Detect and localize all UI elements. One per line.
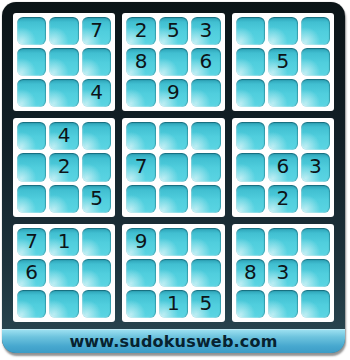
cell-r9c7[interactable] xyxy=(236,290,265,318)
cell-r9c2[interactable] xyxy=(49,290,78,318)
cell-r9c6[interactable]: 5 xyxy=(191,290,220,318)
cell-r1c3[interactable]: 7 xyxy=(82,17,111,45)
given-digit: 8 xyxy=(135,51,148,71)
box-9: 83 xyxy=(232,224,334,322)
given-digit: 6 xyxy=(25,262,38,282)
given-digit: 1 xyxy=(58,231,71,251)
cell-r2c2[interactable] xyxy=(49,48,78,76)
given-digit: 3 xyxy=(309,156,322,176)
given-digit: 4 xyxy=(90,82,103,102)
cell-r8c3[interactable] xyxy=(82,259,111,287)
cell-r6c2[interactable] xyxy=(49,185,78,213)
given-digit: 7 xyxy=(135,156,148,176)
box-7: 716 xyxy=(13,224,115,322)
given-digit: 9 xyxy=(135,231,148,251)
cell-r6c4[interactable] xyxy=(126,185,155,213)
cell-r7c6[interactable] xyxy=(191,228,220,256)
cell-r8c4[interactable] xyxy=(126,259,155,287)
given-digit: 8 xyxy=(244,262,257,282)
given-digit: 9 xyxy=(167,82,180,102)
cell-r5c7[interactable] xyxy=(236,153,265,181)
cell-r3c5[interactable]: 9 xyxy=(159,79,188,107)
cell-r1c1[interactable] xyxy=(17,17,46,45)
cell-r7c9[interactable] xyxy=(301,228,330,256)
cell-r4c8[interactable] xyxy=(268,122,297,150)
cell-r1c2[interactable] xyxy=(49,17,78,45)
sudoku-board: 742538695425763271691583 www.sudokusweb.… xyxy=(2,2,345,353)
given-digit: 5 xyxy=(200,293,213,313)
given-digit: 3 xyxy=(276,262,289,282)
cell-r6c6[interactable] xyxy=(191,185,220,213)
cell-r9c8[interactable] xyxy=(268,290,297,318)
cell-r2c6[interactable]: 6 xyxy=(191,48,220,76)
cell-r3c7[interactable] xyxy=(236,79,265,107)
cell-r4c2[interactable]: 4 xyxy=(49,122,78,150)
box-3: 5 xyxy=(232,13,334,111)
cell-r7c8[interactable] xyxy=(268,228,297,256)
cell-r2c4[interactable]: 8 xyxy=(126,48,155,76)
cell-r8c9[interactable] xyxy=(301,259,330,287)
cell-r4c3[interactable] xyxy=(82,122,111,150)
cell-r6c8[interactable]: 2 xyxy=(268,185,297,213)
given-digit: 2 xyxy=(58,156,71,176)
box-4: 425 xyxy=(13,118,115,216)
cell-r2c3[interactable] xyxy=(82,48,111,76)
cell-r5c4[interactable]: 7 xyxy=(126,153,155,181)
cell-r5c6[interactable] xyxy=(191,153,220,181)
cell-r2c5[interactable] xyxy=(159,48,188,76)
cell-r4c4[interactable] xyxy=(126,122,155,150)
given-digit: 4 xyxy=(58,125,71,145)
cell-r5c3[interactable] xyxy=(82,153,111,181)
cell-r7c4[interactable]: 9 xyxy=(126,228,155,256)
cell-r8c6[interactable] xyxy=(191,259,220,287)
cell-r8c5[interactable] xyxy=(159,259,188,287)
given-digit: 5 xyxy=(167,20,180,40)
footer-bar: www.sudokusweb.com xyxy=(2,329,345,353)
cell-r7c7[interactable] xyxy=(236,228,265,256)
cell-r3c2[interactable] xyxy=(49,79,78,107)
cell-r4c7[interactable] xyxy=(236,122,265,150)
given-digit: 7 xyxy=(25,231,38,251)
given-digit: 1 xyxy=(167,293,180,313)
cell-r5c8[interactable]: 6 xyxy=(268,153,297,181)
cell-r1c9[interactable] xyxy=(301,17,330,45)
cell-r8c8[interactable]: 3 xyxy=(268,259,297,287)
cell-r1c4[interactable]: 2 xyxy=(126,17,155,45)
cell-r2c7[interactable] xyxy=(236,48,265,76)
given-digit: 3 xyxy=(200,20,213,40)
cell-r4c6[interactable] xyxy=(191,122,220,150)
cell-r3c9[interactable] xyxy=(301,79,330,107)
cell-r6c1[interactable] xyxy=(17,185,46,213)
cell-r1c6[interactable]: 3 xyxy=(191,17,220,45)
given-digit: 5 xyxy=(276,51,289,71)
cell-r7c5[interactable] xyxy=(159,228,188,256)
site-link[interactable]: www.sudokusweb.com xyxy=(69,332,277,351)
cell-r9c5[interactable]: 1 xyxy=(159,290,188,318)
cell-r3c1[interactable] xyxy=(17,79,46,107)
cell-r2c8[interactable]: 5 xyxy=(268,48,297,76)
given-digit: 2 xyxy=(276,188,289,208)
cell-r5c1[interactable] xyxy=(17,153,46,181)
cell-r6c5[interactable] xyxy=(159,185,188,213)
cell-r3c3[interactable]: 4 xyxy=(82,79,111,107)
cell-r2c1[interactable] xyxy=(17,48,46,76)
cell-r9c1[interactable] xyxy=(17,290,46,318)
sudoku-grid: 742538695425763271691583 xyxy=(2,2,345,329)
cell-r2c9[interactable] xyxy=(301,48,330,76)
given-digit: 5 xyxy=(90,188,103,208)
cell-r3c4[interactable] xyxy=(126,79,155,107)
cell-r1c5[interactable]: 5 xyxy=(159,17,188,45)
given-digit: 6 xyxy=(276,156,289,176)
cell-r1c7[interactable] xyxy=(236,17,265,45)
cell-r9c9[interactable] xyxy=(301,290,330,318)
given-digit: 7 xyxy=(90,20,103,40)
box-5: 7 xyxy=(122,118,224,216)
cell-r8c7[interactable]: 8 xyxy=(236,259,265,287)
cell-r3c6[interactable] xyxy=(191,79,220,107)
cell-r6c7[interactable] xyxy=(236,185,265,213)
cell-r5c2[interactable]: 2 xyxy=(49,153,78,181)
cell-r6c3[interactable]: 5 xyxy=(82,185,111,213)
cell-r7c2[interactable]: 1 xyxy=(49,228,78,256)
cell-r3c8[interactable] xyxy=(268,79,297,107)
cell-r8c1[interactable]: 6 xyxy=(17,259,46,287)
cell-r4c5[interactable] xyxy=(159,122,188,150)
cell-r9c3[interactable] xyxy=(82,290,111,318)
cell-r1c8[interactable] xyxy=(268,17,297,45)
box-6: 632 xyxy=(232,118,334,216)
box-8: 915 xyxy=(122,224,224,322)
cell-r4c1[interactable] xyxy=(17,122,46,150)
cell-r7c3[interactable] xyxy=(82,228,111,256)
box-2: 253869 xyxy=(122,13,224,111)
cell-r8c2[interactable] xyxy=(49,259,78,287)
given-digit: 2 xyxy=(135,20,148,40)
cell-r7c1[interactable]: 7 xyxy=(17,228,46,256)
cell-r4c9[interactable] xyxy=(301,122,330,150)
cell-r5c5[interactable] xyxy=(159,153,188,181)
cell-r6c9[interactable] xyxy=(301,185,330,213)
cell-r9c4[interactable] xyxy=(126,290,155,318)
cell-r5c9[interactable]: 3 xyxy=(301,153,330,181)
box-1: 74 xyxy=(13,13,115,111)
given-digit: 6 xyxy=(200,51,213,71)
